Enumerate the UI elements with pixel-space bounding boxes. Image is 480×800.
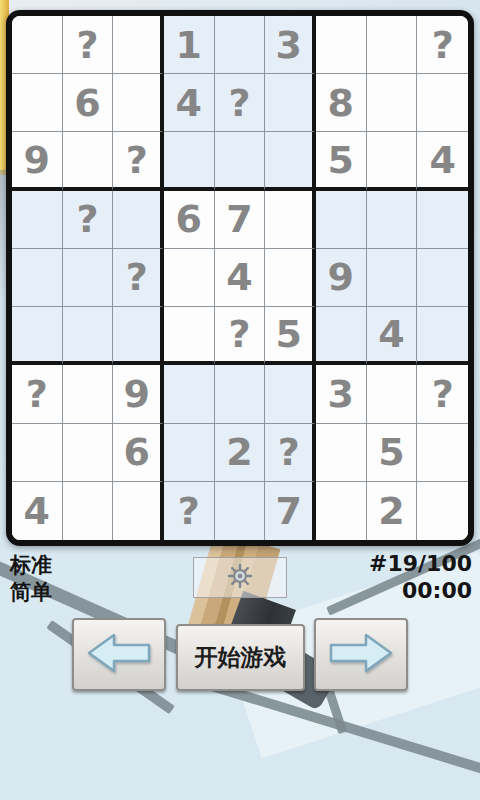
cell-r7c7[interactable]: 3 bbox=[316, 365, 367, 423]
cell-r5c8[interactable] bbox=[367, 249, 418, 307]
cell-r9c6[interactable]: 7 bbox=[265, 482, 316, 540]
cell-r4c8[interactable] bbox=[367, 191, 418, 249]
cell-r2c8[interactable] bbox=[367, 74, 418, 132]
cell-r3c4[interactable] bbox=[164, 132, 215, 190]
cell-r7c3[interactable]: 9 bbox=[113, 365, 164, 423]
cell-r7c4[interactable] bbox=[164, 365, 215, 423]
cell-r7c1[interactable]: ? bbox=[12, 365, 63, 423]
cell-r5c9[interactable] bbox=[417, 249, 468, 307]
cell-r3c8[interactable] bbox=[367, 132, 418, 190]
puzzle-number: #19/100 bbox=[369, 550, 472, 577]
cell-r4c9[interactable] bbox=[417, 191, 468, 249]
cell-r1c5[interactable] bbox=[215, 16, 266, 74]
cell-r1c7[interactable] bbox=[316, 16, 367, 74]
cell-r8c8[interactable]: 5 bbox=[367, 424, 418, 482]
cell-r8c1[interactable] bbox=[12, 424, 63, 482]
cell-r3c3[interactable]: ? bbox=[113, 132, 164, 190]
cell-r2c6[interactable] bbox=[265, 74, 316, 132]
cell-r6c1[interactable] bbox=[12, 307, 63, 365]
cell-r7c5[interactable] bbox=[215, 365, 266, 423]
prev-puzzle-button[interactable] bbox=[72, 618, 166, 691]
cell-r2c7[interactable]: 8 bbox=[316, 74, 367, 132]
cell-r5c2[interactable] bbox=[63, 249, 114, 307]
cell-r7c9[interactable]: ? bbox=[417, 365, 468, 423]
cell-r2c5[interactable]: ? bbox=[215, 74, 266, 132]
settings-button[interactable] bbox=[193, 557, 287, 598]
cell-r4c5[interactable]: 7 bbox=[215, 191, 266, 249]
cell-r2c1[interactable] bbox=[12, 74, 63, 132]
cell-r9c3[interactable] bbox=[113, 482, 164, 540]
sudoku-board: ?13?64?89?54?67?49?54?93?62?54?72 bbox=[6, 10, 474, 546]
cell-r6c6[interactable]: 5 bbox=[265, 307, 316, 365]
cell-r8c6[interactable]: ? bbox=[265, 424, 316, 482]
cell-r3c6[interactable] bbox=[265, 132, 316, 190]
timer: 00:00 bbox=[369, 577, 472, 604]
cell-r7c6[interactable] bbox=[265, 365, 316, 423]
cell-r4c7[interactable] bbox=[316, 191, 367, 249]
cell-r8c3[interactable]: 6 bbox=[113, 424, 164, 482]
puzzle-info: #19/100 00:00 bbox=[369, 550, 472, 604]
cell-r7c2[interactable] bbox=[63, 365, 114, 423]
cell-r3c1[interactable]: 9 bbox=[12, 132, 63, 190]
right-arrow-icon bbox=[328, 631, 394, 678]
next-puzzle-button[interactable] bbox=[314, 618, 408, 691]
cell-r2c4[interactable]: 4 bbox=[164, 74, 215, 132]
sudoku-grid: ?13?64?89?54?67?49?54?93?62?54?72 bbox=[12, 16, 468, 540]
app-screen: ?13?64?89?54?67?49?54?93?62?54?72 标准 简单 … bbox=[0, 0, 480, 800]
cell-r8c4[interactable] bbox=[164, 424, 215, 482]
cell-r1c9[interactable]: ? bbox=[417, 16, 468, 74]
cell-r1c8[interactable] bbox=[367, 16, 418, 74]
cell-r3c5[interactable] bbox=[215, 132, 266, 190]
cell-r8c9[interactable] bbox=[417, 424, 468, 482]
cell-r2c9[interactable] bbox=[417, 74, 468, 132]
cell-r2c2[interactable]: 6 bbox=[63, 74, 114, 132]
cell-r6c3[interactable] bbox=[113, 307, 164, 365]
cell-r4c3[interactable] bbox=[113, 191, 164, 249]
cell-r9c4[interactable]: ? bbox=[164, 482, 215, 540]
cell-r5c7[interactable]: 9 bbox=[316, 249, 367, 307]
cell-r9c7[interactable] bbox=[316, 482, 367, 540]
cell-r6c2[interactable] bbox=[63, 307, 114, 365]
cell-r9c9[interactable] bbox=[417, 482, 468, 540]
cell-r9c5[interactable] bbox=[215, 482, 266, 540]
cell-r9c2[interactable] bbox=[63, 482, 114, 540]
cell-r1c6[interactable]: 3 bbox=[265, 16, 316, 74]
cell-r5c6[interactable] bbox=[265, 249, 316, 307]
gear-icon bbox=[226, 562, 254, 593]
cell-r3c9[interactable]: 4 bbox=[417, 132, 468, 190]
cell-r6c5[interactable]: ? bbox=[215, 307, 266, 365]
difficulty-label: 简单 bbox=[10, 578, 52, 606]
cell-r4c4[interactable]: 6 bbox=[164, 191, 215, 249]
cell-r9c8[interactable]: 2 bbox=[367, 482, 418, 540]
cell-r8c5[interactable]: 2 bbox=[215, 424, 266, 482]
cell-r3c2[interactable] bbox=[63, 132, 114, 190]
cell-r3c7[interactable]: 5 bbox=[316, 132, 367, 190]
cell-r7c8[interactable] bbox=[367, 365, 418, 423]
cell-r5c5[interactable]: 4 bbox=[215, 249, 266, 307]
cell-r8c7[interactable] bbox=[316, 424, 367, 482]
cell-r1c1[interactable] bbox=[12, 16, 63, 74]
cell-r9c1[interactable]: 4 bbox=[12, 482, 63, 540]
cell-r1c3[interactable] bbox=[113, 16, 164, 74]
cell-r4c1[interactable] bbox=[12, 191, 63, 249]
cell-r2c3[interactable] bbox=[113, 74, 164, 132]
left-arrow-icon bbox=[86, 631, 152, 678]
cell-r4c6[interactable] bbox=[265, 191, 316, 249]
cell-r8c2[interactable] bbox=[63, 424, 114, 482]
cell-r6c4[interactable] bbox=[164, 307, 215, 365]
cell-r6c8[interactable]: 4 bbox=[367, 307, 418, 365]
cell-r4c2[interactable]: ? bbox=[63, 191, 114, 249]
start-game-button[interactable]: 开始游戏 bbox=[176, 624, 305, 691]
cell-r6c9[interactable] bbox=[417, 307, 468, 365]
mode-label: 标准 bbox=[10, 551, 52, 579]
cell-r1c4[interactable]: 1 bbox=[164, 16, 215, 74]
cell-r5c1[interactable] bbox=[12, 249, 63, 307]
cell-r1c2[interactable]: ? bbox=[63, 16, 114, 74]
cell-r5c3[interactable]: ? bbox=[113, 249, 164, 307]
cell-r6c7[interactable] bbox=[316, 307, 367, 365]
cell-r5c4[interactable] bbox=[164, 249, 215, 307]
